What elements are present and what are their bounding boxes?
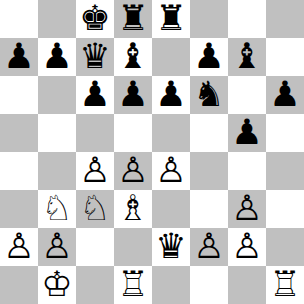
black-pawn-b7[interactable]: ♟ [41,38,72,75]
square-d6[interactable]: ♟ [114,76,152,114]
square-e2[interactable]: ♛ [152,228,190,266]
black-queen-e2[interactable]: ♛ [155,228,186,265]
black-pawn-e6[interactable]: ♟ [155,76,186,113]
white-pawn-a2[interactable]: ♙ [3,228,34,265]
white-knight-c3[interactable]: ♘ [79,190,110,227]
black-pawn-a7[interactable]: ♟ [3,38,34,75]
black-knight-f6[interactable]: ♞ [193,76,224,113]
square-e8[interactable]: ♜ [152,0,190,38]
square-c6[interactable]: ♟ [76,76,114,114]
square-f6[interactable]: ♞ [190,76,228,114]
square-c7[interactable]: ♛ [76,38,114,76]
square-d7[interactable]: ♝ [114,38,152,76]
square-b2[interactable]: ♙ [38,228,76,266]
black-pawn-f7[interactable]: ♟ [193,38,224,75]
square-h8[interactable] [266,0,304,38]
white-rook-d1[interactable]: ♖ [117,266,148,303]
square-c5[interactable] [76,114,114,152]
white-pawn-b2[interactable]: ♙ [41,228,72,265]
square-d5[interactable] [114,114,152,152]
square-d1[interactable]: ♖ [114,266,152,304]
square-f5[interactable] [190,114,228,152]
white-pawn-e4[interactable]: ♙ [155,152,186,189]
square-g6[interactable] [228,76,266,114]
square-f1[interactable] [190,266,228,304]
square-a8[interactable] [0,0,38,38]
square-c4[interactable]: ♙ [76,152,114,190]
square-f4[interactable] [190,152,228,190]
white-bishop-d3[interactable]: ♗ [117,190,148,227]
square-c2[interactable] [76,228,114,266]
white-king-b1[interactable]: ♔ [41,266,72,303]
square-b1[interactable]: ♔ [38,266,76,304]
square-a1[interactable] [0,266,38,304]
square-g4[interactable] [228,152,266,190]
square-h7[interactable] [266,38,304,76]
black-pawn-c6[interactable]: ♟ [79,76,110,113]
square-g2[interactable]: ♙ [228,228,266,266]
black-queen-c7[interactable]: ♛ [79,38,110,75]
square-h2[interactable] [266,228,304,266]
square-d8[interactable]: ♜ [114,0,152,38]
square-b7[interactable]: ♟ [38,38,76,76]
square-c3[interactable]: ♘ [76,190,114,228]
square-a6[interactable] [0,76,38,114]
square-d2[interactable] [114,228,152,266]
white-pawn-d4[interactable]: ♙ [117,152,148,189]
black-pawn-g5[interactable]: ♟ [231,114,262,151]
square-h3[interactable] [266,190,304,228]
black-king-c8[interactable]: ♚ [79,0,110,37]
square-f3[interactable] [190,190,228,228]
square-g7[interactable]: ♝ [228,38,266,76]
square-f2[interactable]: ♙ [190,228,228,266]
square-a2[interactable]: ♙ [0,228,38,266]
square-f8[interactable] [190,0,228,38]
white-pawn-g3[interactable]: ♙ [231,190,262,227]
square-g1[interactable] [228,266,266,304]
square-a3[interactable] [0,190,38,228]
square-a5[interactable] [0,114,38,152]
white-rook-h1[interactable]: ♖ [269,266,300,303]
square-e7[interactable] [152,38,190,76]
square-h5[interactable] [266,114,304,152]
square-b3[interactable]: ♘ [38,190,76,228]
square-g3[interactable]: ♙ [228,190,266,228]
white-pawn-g2[interactable]: ♙ [231,228,262,265]
chess-board: ♚♜♜♟♟♛♝♟♝♟♟♟♞♟♟♙♙♙♘♘♗♙♙♙♛♙♙♔♖♖ [0,0,304,304]
square-e5[interactable] [152,114,190,152]
black-rook-e8[interactable]: ♜ [155,0,186,37]
black-pawn-d6[interactable]: ♟ [117,76,148,113]
square-a4[interactable] [0,152,38,190]
square-b4[interactable] [38,152,76,190]
square-e4[interactable]: ♙ [152,152,190,190]
square-f7[interactable]: ♟ [190,38,228,76]
square-g8[interactable] [228,0,266,38]
square-d4[interactable]: ♙ [114,152,152,190]
white-pawn-c4[interactable]: ♙ [79,152,110,189]
white-pawn-f2[interactable]: ♙ [193,228,224,265]
square-e3[interactable] [152,190,190,228]
black-bishop-g7[interactable]: ♝ [231,38,262,75]
square-a7[interactable]: ♟ [0,38,38,76]
black-pawn-h6[interactable]: ♟ [269,76,300,113]
square-b6[interactable] [38,76,76,114]
square-e6[interactable]: ♟ [152,76,190,114]
square-h6[interactable]: ♟ [266,76,304,114]
square-h1[interactable]: ♖ [266,266,304,304]
square-h4[interactable] [266,152,304,190]
black-bishop-d7[interactable]: ♝ [117,38,148,75]
square-d3[interactable]: ♗ [114,190,152,228]
square-b5[interactable] [38,114,76,152]
square-c8[interactable]: ♚ [76,0,114,38]
square-e1[interactable] [152,266,190,304]
square-b8[interactable] [38,0,76,38]
white-knight-b3[interactable]: ♘ [41,190,72,227]
square-g5[interactable]: ♟ [228,114,266,152]
black-rook-d8[interactable]: ♜ [117,0,148,37]
square-c1[interactable] [76,266,114,304]
